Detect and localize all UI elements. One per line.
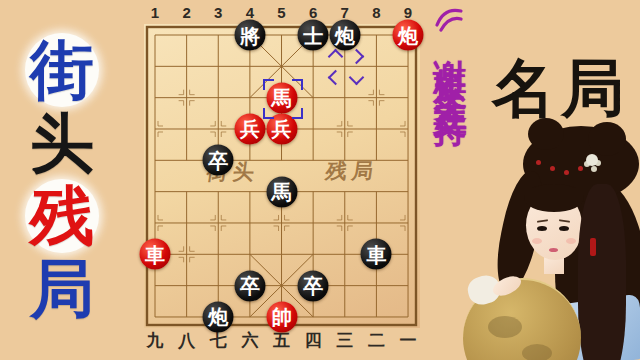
file-number-bottom: 一 <box>400 329 417 352</box>
fan-shade-2 <box>522 344 552 360</box>
piece-red-車[interactable]: 車 <box>140 239 171 270</box>
file-number-bottom: 二 <box>368 329 385 352</box>
banner-char: 局 <box>30 246 94 333</box>
blush-right <box>566 238 576 244</box>
file-number-bottom: 八 <box>178 329 195 352</box>
file-number-top: 6 <box>309 4 317 21</box>
file-number-top: 8 <box>372 4 380 21</box>
fan-shade-1 <box>488 316 522 338</box>
piece-black-馬[interactable]: 馬 <box>266 176 297 207</box>
hair-bead-2 <box>550 166 555 171</box>
piece-black-卒[interactable]: 卒 <box>234 270 265 301</box>
piece-black-卒[interactable]: 卒 <box>298 270 329 301</box>
headline-famous-game: 名局 <box>492 58 640 121</box>
file-number-bottom: 三 <box>336 329 353 352</box>
piece-black-車[interactable]: 車 <box>361 239 392 270</box>
file-number-bottom: 九 <box>147 329 164 352</box>
blush-left <box>532 238 542 244</box>
bangs <box>524 184 584 212</box>
hair-bead-4 <box>578 166 583 171</box>
piece-black-士[interactable]: 士 <box>298 20 329 51</box>
caption-thanks-text: 谢棋友关注支持 <box>430 33 472 343</box>
thumbnail: { "game": "xiangqi", "position": { "fen"… <box>0 0 640 360</box>
hair-bead-1 <box>536 160 541 165</box>
eye-right <box>559 226 569 231</box>
file-number-top: 4 <box>246 4 254 21</box>
file-number-top: 3 <box>214 4 222 21</box>
river-label-right: 残局 <box>324 157 380 185</box>
hair-bun-right <box>588 122 626 156</box>
flower-pin <box>586 154 598 166</box>
piece-red-兵[interactable]: 兵 <box>234 113 265 144</box>
file-number-top: 1 <box>151 4 159 21</box>
hair-bead-3 <box>564 170 569 175</box>
piece-red-帥[interactable]: 帥 <box>266 301 297 332</box>
hair-strand-right <box>578 184 626 360</box>
hand-gesture-icon <box>434 4 464 32</box>
file-number-top: 7 <box>341 4 349 21</box>
piece-black-卒[interactable]: 卒 <box>203 145 234 176</box>
file-number-top: 9 <box>404 4 412 21</box>
lips <box>549 248 558 252</box>
piece-black-將[interactable]: 將 <box>234 20 265 51</box>
file-number-top: 2 <box>182 4 190 21</box>
move-origin-marker <box>326 47 364 85</box>
file-number-bottom: 四 <box>305 329 322 352</box>
file-number-top: 5 <box>277 4 285 21</box>
piece-red-炮[interactable]: 炮 <box>393 20 424 51</box>
piece-black-炮[interactable]: 炮 <box>203 301 234 332</box>
last-move-marker <box>263 79 301 117</box>
earring <box>590 238 596 256</box>
eye-left <box>537 226 547 231</box>
piece-black-炮[interactable]: 炮 <box>329 20 360 51</box>
file-number-bottom: 六 <box>241 329 258 352</box>
lady-illustration <box>460 118 640 360</box>
